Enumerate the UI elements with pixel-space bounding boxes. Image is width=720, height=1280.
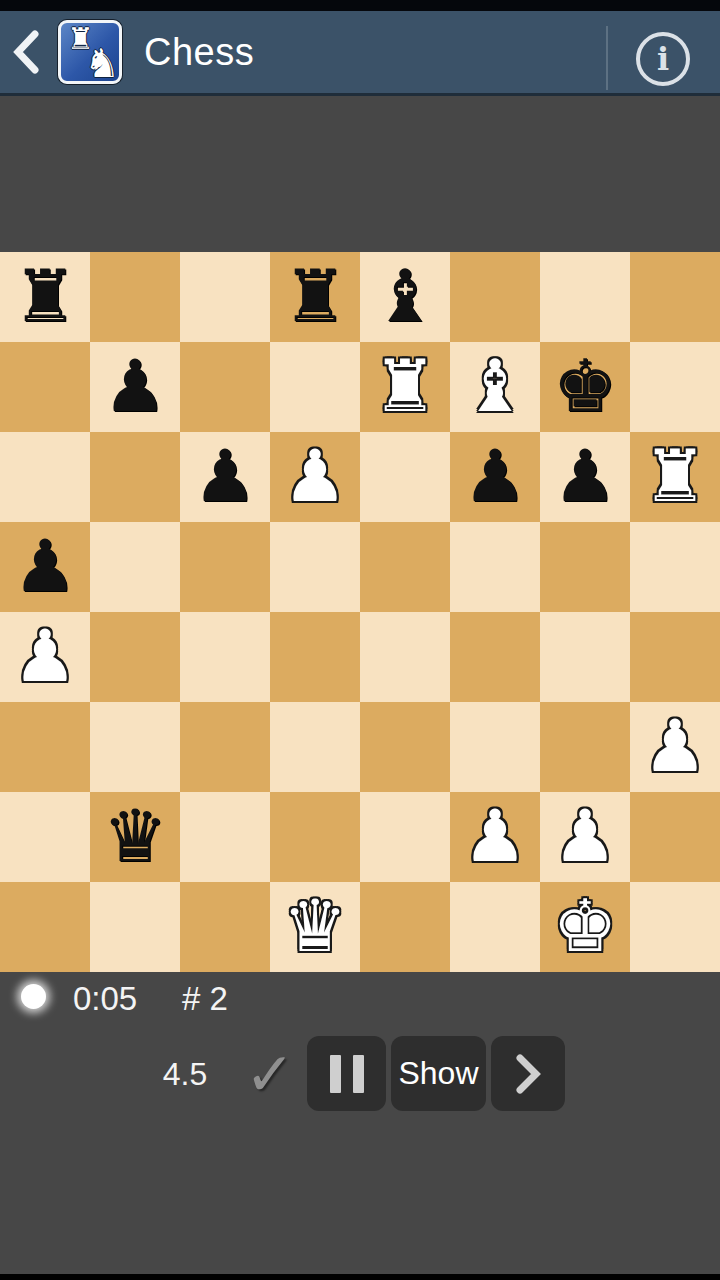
black-pawn: ♟ bbox=[540, 432, 630, 522]
square-c7[interactable] bbox=[180, 342, 270, 432]
square-g1[interactable]: ♚ bbox=[540, 882, 630, 972]
white-rook: ♜ bbox=[630, 432, 720, 522]
square-e4[interactable] bbox=[360, 612, 450, 702]
back-button[interactable] bbox=[0, 11, 52, 93]
clock: 0:05 bbox=[73, 980, 137, 1018]
square-c5[interactable] bbox=[180, 522, 270, 612]
square-g2[interactable]: ♟ bbox=[540, 792, 630, 882]
black-pawn: ♟ bbox=[450, 432, 540, 522]
black-pawn: ♟ bbox=[90, 342, 180, 432]
square-d4[interactable] bbox=[270, 612, 360, 702]
square-b1[interactable] bbox=[90, 882, 180, 972]
chess-board: ♜♜♝♟♜♝♚♟♟♟♟♜♟♟♟♛♟♟♛♚ bbox=[0, 252, 720, 972]
black-pawn: ♟ bbox=[180, 432, 270, 522]
info-button[interactable]: i bbox=[636, 32, 690, 86]
square-h1[interactable] bbox=[630, 882, 720, 972]
square-h3[interactable]: ♟ bbox=[630, 702, 720, 792]
back-chevron-icon bbox=[13, 30, 39, 74]
square-f1[interactable] bbox=[450, 882, 540, 972]
square-c2[interactable] bbox=[180, 792, 270, 882]
square-b8[interactable] bbox=[90, 252, 180, 342]
square-b5[interactable] bbox=[90, 522, 180, 612]
square-b2[interactable]: ♛ bbox=[90, 792, 180, 882]
square-c3[interactable] bbox=[180, 702, 270, 792]
square-a8[interactable]: ♜ bbox=[0, 252, 90, 342]
chess-app-icon: ♜ ♞ bbox=[58, 20, 122, 84]
topbar-divider bbox=[606, 26, 608, 90]
bottom-strip bbox=[0, 1274, 720, 1280]
square-f5[interactable] bbox=[450, 522, 540, 612]
square-a5[interactable]: ♟ bbox=[0, 522, 90, 612]
square-h4[interactable] bbox=[630, 612, 720, 702]
square-h5[interactable] bbox=[630, 522, 720, 612]
white-king: ♚ bbox=[540, 882, 630, 972]
square-f2[interactable]: ♟ bbox=[450, 792, 540, 882]
square-f3[interactable] bbox=[450, 702, 540, 792]
square-f4[interactable] bbox=[450, 612, 540, 702]
white-pawn: ♟ bbox=[540, 792, 630, 882]
status-bar-strip bbox=[0, 0, 720, 11]
square-g7[interactable]: ♚ bbox=[540, 342, 630, 432]
square-c8[interactable] bbox=[180, 252, 270, 342]
status-row: 0:05 # 2 bbox=[0, 972, 720, 1032]
square-h6[interactable]: ♜ bbox=[630, 432, 720, 522]
square-g4[interactable] bbox=[540, 612, 630, 702]
next-chevron-icon bbox=[515, 1054, 541, 1094]
mate-in-label: # 2 bbox=[182, 980, 228, 1018]
square-a4[interactable]: ♟ bbox=[0, 612, 90, 702]
square-g5[interactable] bbox=[540, 522, 630, 612]
square-h7[interactable] bbox=[630, 342, 720, 432]
white-pawn: ♟ bbox=[630, 702, 720, 792]
square-e3[interactable] bbox=[360, 702, 450, 792]
square-f7[interactable]: ♝ bbox=[450, 342, 540, 432]
square-d2[interactable] bbox=[270, 792, 360, 882]
white-to-move-indicator bbox=[21, 984, 46, 1009]
square-e6[interactable] bbox=[360, 432, 450, 522]
white-rook: ♜ bbox=[360, 342, 450, 432]
show-button-label: Show bbox=[398, 1055, 478, 1092]
square-f8[interactable] bbox=[450, 252, 540, 342]
square-e5[interactable] bbox=[360, 522, 450, 612]
pause-button[interactable] bbox=[307, 1036, 386, 1111]
square-b4[interactable] bbox=[90, 612, 180, 702]
square-a7[interactable] bbox=[0, 342, 90, 432]
square-d3[interactable] bbox=[270, 702, 360, 792]
white-queen: ♛ bbox=[270, 882, 360, 972]
square-a1[interactable] bbox=[0, 882, 90, 972]
square-f6[interactable]: ♟ bbox=[450, 432, 540, 522]
square-c1[interactable] bbox=[180, 882, 270, 972]
black-queen: ♛ bbox=[90, 792, 180, 882]
next-button[interactable] bbox=[491, 1036, 565, 1111]
square-a2[interactable] bbox=[0, 792, 90, 882]
black-rook: ♜ bbox=[0, 252, 90, 342]
white-pawn: ♟ bbox=[0, 612, 90, 702]
square-e8[interactable]: ♝ bbox=[360, 252, 450, 342]
page-title: Chess bbox=[144, 31, 254, 74]
black-king: ♚ bbox=[540, 342, 630, 432]
show-button[interactable]: Show bbox=[391, 1036, 486, 1111]
square-g6[interactable]: ♟ bbox=[540, 432, 630, 522]
square-g3[interactable] bbox=[540, 702, 630, 792]
check-icon: ✓ bbox=[238, 1042, 302, 1106]
square-d8[interactable]: ♜ bbox=[270, 252, 360, 342]
square-c4[interactable] bbox=[180, 612, 270, 702]
square-b3[interactable] bbox=[90, 702, 180, 792]
white-pawn: ♟ bbox=[270, 432, 360, 522]
square-c6[interactable]: ♟ bbox=[180, 432, 270, 522]
square-a6[interactable] bbox=[0, 432, 90, 522]
square-d7[interactable] bbox=[270, 342, 360, 432]
black-pawn: ♟ bbox=[0, 522, 90, 612]
top-bar: ♜ ♞ Chess i bbox=[0, 11, 720, 96]
app-icon-knight-glyph: ♞ bbox=[84, 43, 120, 83]
square-b6[interactable] bbox=[90, 432, 180, 522]
square-a3[interactable] bbox=[0, 702, 90, 792]
square-e2[interactable] bbox=[360, 792, 450, 882]
white-pawn: ♟ bbox=[450, 792, 540, 882]
black-rook: ♜ bbox=[270, 252, 360, 342]
square-e1[interactable] bbox=[360, 882, 450, 972]
controls-row: 4.5 ✓ Show bbox=[0, 1036, 720, 1112]
square-h2[interactable] bbox=[630, 792, 720, 882]
info-icon: i bbox=[657, 43, 669, 75]
score-value: 4.5 bbox=[150, 1056, 220, 1093]
square-g8[interactable] bbox=[540, 252, 630, 342]
pause-icon bbox=[330, 1055, 364, 1093]
square-h8[interactable] bbox=[630, 252, 720, 342]
white-bishop: ♝ bbox=[450, 342, 540, 432]
square-b7[interactable]: ♟ bbox=[90, 342, 180, 432]
black-bishop: ♝ bbox=[360, 252, 450, 342]
square-e7[interactable]: ♜ bbox=[360, 342, 450, 432]
square-d1[interactable]: ♛ bbox=[270, 882, 360, 972]
square-d5[interactable] bbox=[270, 522, 360, 612]
square-d6[interactable]: ♟ bbox=[270, 432, 360, 522]
